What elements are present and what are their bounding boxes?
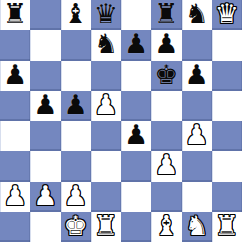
square-d4[interactable] [91,121,121,151]
square-g8[interactable]: ♞ [182,0,212,30]
piece-black-knight[interactable]: ♞ [94,30,118,59]
piece-white-pawn[interactable]: ♟ [185,121,209,150]
square-f6[interactable]: ♚ [151,61,181,91]
square-b7[interactable] [30,30,60,60]
square-a1[interactable] [0,212,30,242]
piece-white-king[interactable]: ♚ [64,212,88,241]
square-f3[interactable]: ♟ [151,151,181,181]
square-e1[interactable] [121,212,151,242]
piece-white-rook[interactable]: ♜ [94,212,118,241]
square-h4[interactable] [212,121,242,151]
square-e5[interactable] [121,91,151,121]
square-c5[interactable]: ♟ [61,91,91,121]
piece-black-pawn[interactable]: ♟ [64,91,88,120]
square-d2[interactable] [91,182,121,212]
square-f7[interactable]: ♟ [151,30,181,60]
square-f2[interactable] [151,182,181,212]
square-c2[interactable]: ♟ [61,182,91,212]
piece-white-pawn[interactable]: ♟ [3,182,27,211]
square-e7[interactable]: ♟ [121,30,151,60]
square-e8[interactable] [121,0,151,30]
square-b8[interactable] [30,0,60,30]
piece-white-pawn[interactable]: ♟ [33,182,57,211]
square-a5[interactable] [0,91,30,121]
square-b4[interactable] [30,121,60,151]
square-b2[interactable]: ♟ [30,182,60,212]
square-c8[interactable]: ♝ [61,0,91,30]
piece-white-pawn[interactable]: ♟ [154,151,178,180]
square-f8[interactable]: ♜ [151,0,181,30]
square-h1[interactable]: ♜ [212,212,242,242]
piece-black-knight[interactable]: ♞ [185,0,209,29]
square-d1[interactable]: ♜ [91,212,121,242]
piece-white-pawn[interactable]: ♟ [94,91,118,120]
chess-board: ♜♝♛♜♞♛♞♟♟♟♚♟♟♟♟♟♟♟♟♟♟♚♜♝♞♜ [0,0,242,242]
piece-black-pawn[interactable]: ♟ [3,61,27,90]
piece-black-pawn[interactable]: ♟ [124,121,148,150]
square-a6[interactable]: ♟ [0,61,30,91]
square-a7[interactable] [0,30,30,60]
piece-white-rook[interactable]: ♜ [215,212,239,241]
piece-black-pawn[interactable]: ♟ [124,30,148,59]
square-a8[interactable]: ♜ [0,0,30,30]
square-b3[interactable] [30,151,60,181]
square-c3[interactable] [61,151,91,181]
piece-black-king[interactable]: ♚ [154,61,178,90]
square-d6[interactable] [91,61,121,91]
square-e4[interactable]: ♟ [121,121,151,151]
square-e2[interactable] [121,182,151,212]
piece-black-pawn[interactable]: ♟ [154,30,178,59]
piece-black-pawn[interactable]: ♟ [33,91,57,120]
square-h2[interactable] [212,182,242,212]
square-e6[interactable] [121,61,151,91]
square-h5[interactable] [212,91,242,121]
piece-black-rook[interactable]: ♜ [154,0,178,29]
square-d8[interactable]: ♛ [91,0,121,30]
square-c4[interactable] [61,121,91,151]
square-e3[interactable] [121,151,151,181]
square-b6[interactable] [30,61,60,91]
piece-white-knight[interactable]: ♞ [185,212,209,241]
square-c7[interactable] [61,30,91,60]
square-b5[interactable]: ♟ [30,91,60,121]
piece-black-bishop[interactable]: ♝ [64,0,88,29]
piece-black-rook[interactable]: ♜ [3,0,27,29]
square-f4[interactable] [151,121,181,151]
square-g4[interactable]: ♟ [182,121,212,151]
square-g5[interactable] [182,91,212,121]
piece-white-bishop[interactable]: ♝ [154,212,178,241]
square-g6[interactable]: ♟ [182,61,212,91]
square-g1[interactable]: ♞ [182,212,212,242]
square-a2[interactable]: ♟ [0,182,30,212]
square-b1[interactable] [30,212,60,242]
square-d5[interactable]: ♟ [91,91,121,121]
square-g7[interactable] [182,30,212,60]
square-f1[interactable]: ♝ [151,212,181,242]
square-c6[interactable] [61,61,91,91]
square-g3[interactable] [182,151,212,181]
square-d3[interactable] [91,151,121,181]
square-h8[interactable]: ♛ [212,0,242,30]
square-d7[interactable]: ♞ [91,30,121,60]
square-g2[interactable] [182,182,212,212]
square-f5[interactable] [151,91,181,121]
square-h7[interactable] [212,30,242,60]
square-c1[interactable]: ♚ [61,212,91,242]
square-h3[interactable] [212,151,242,181]
piece-white-queen[interactable]: ♛ [215,0,239,29]
square-h6[interactable] [212,61,242,91]
piece-black-queen[interactable]: ♛ [94,0,118,29]
piece-white-pawn[interactable]: ♟ [64,182,88,211]
square-a4[interactable] [0,121,30,151]
piece-black-pawn[interactable]: ♟ [185,61,209,90]
square-a3[interactable] [0,151,30,181]
